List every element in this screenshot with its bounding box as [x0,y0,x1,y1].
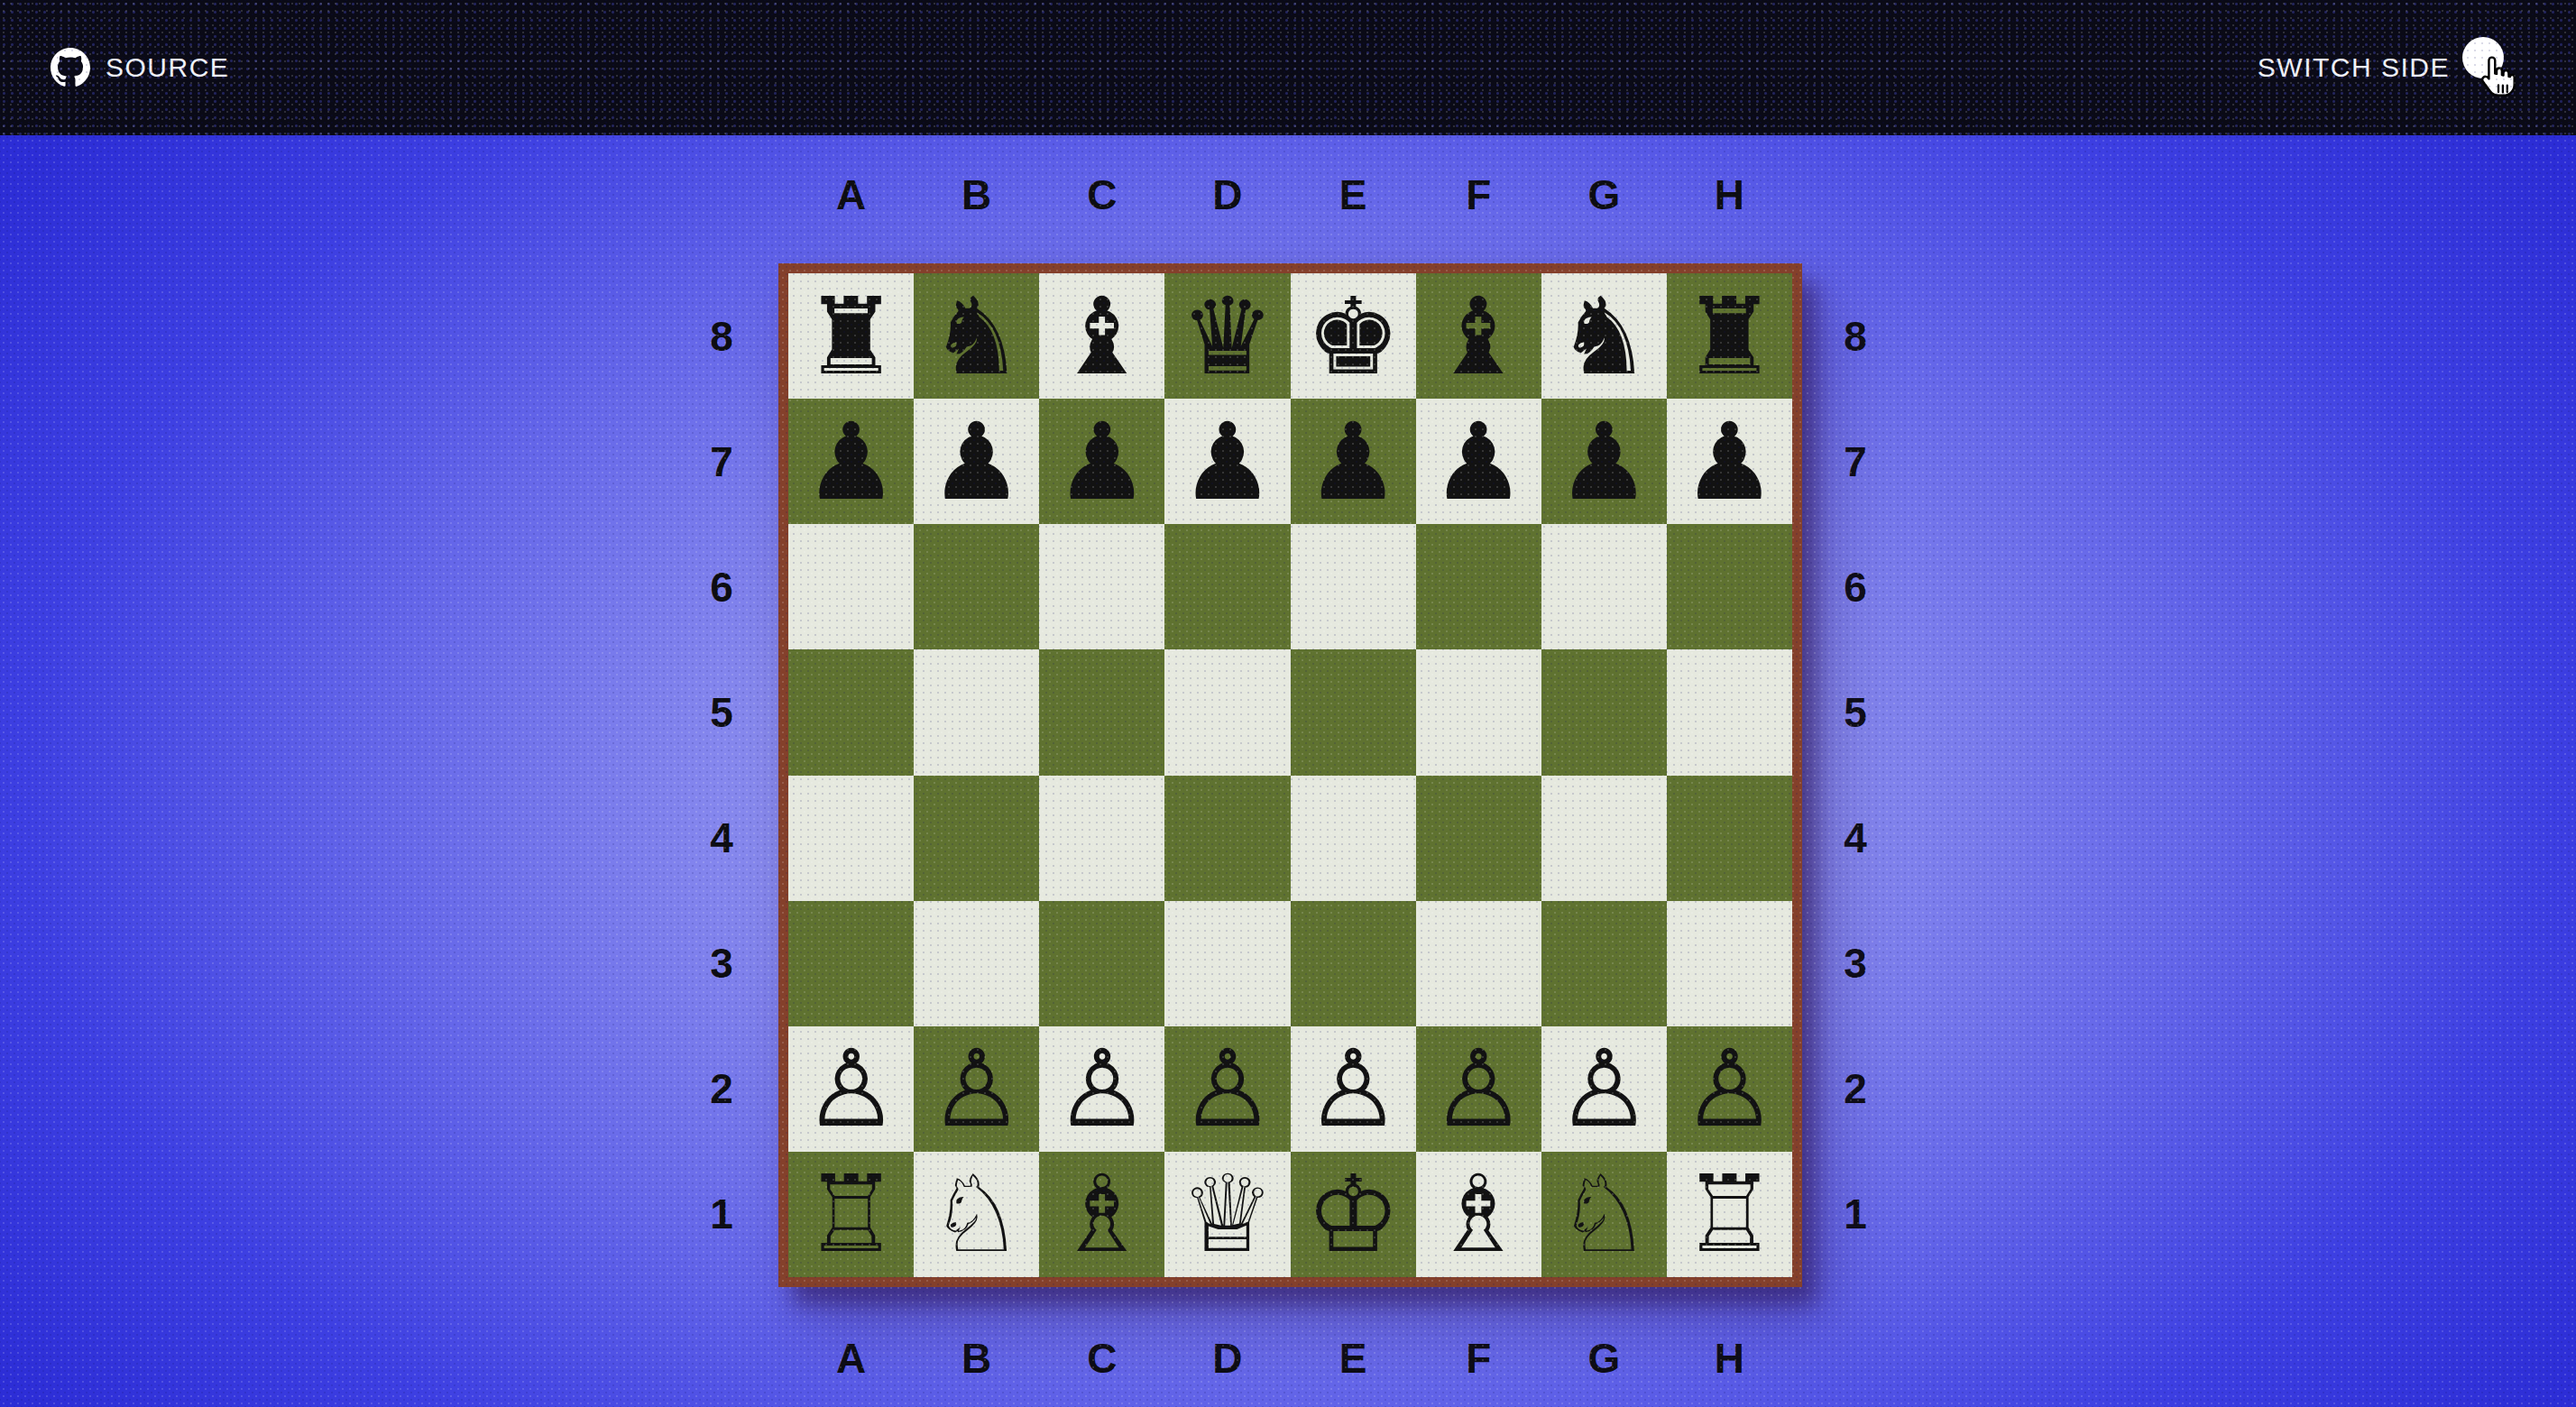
file-label-f: F [1416,1331,1541,1385]
piece-black-pawn[interactable]: ♟ [1556,409,1651,515]
rank-labels-right: 87654321 [1817,273,1894,1277]
rank-label-3: 3 [1817,901,1894,1026]
square-f7[interactable]: ♟ [1416,399,1541,524]
file-labels-bottom: ABCDEFGH [788,1331,1792,1385]
square-f3[interactable] [1416,901,1541,1026]
square-g1[interactable]: ♘ [1541,1152,1667,1277]
square-a2[interactable]: ♙ [788,1026,914,1152]
square-a1[interactable]: ♖ [788,1152,914,1277]
github-octocat-icon [51,48,90,87]
hand-pointer-icon [2462,24,2527,111]
square-d1[interactable]: ♕ [1164,1152,1290,1277]
square-h1[interactable]: ♖ [1667,1152,1792,1277]
square-f6[interactable] [1416,524,1541,649]
rank-label-7: 7 [1817,399,1894,524]
square-h2[interactable]: ♙ [1667,1026,1792,1152]
square-g4[interactable] [1541,776,1667,901]
piece-black-pawn[interactable]: ♟ [804,409,899,515]
piece-black-rook[interactable]: ♜ [804,283,899,390]
square-e3[interactable] [1291,901,1416,1026]
square-f5[interactable] [1416,649,1541,775]
file-label-a: A [788,1331,914,1385]
rank-labels-left: 87654321 [683,273,760,1277]
piece-black-knight[interactable]: ♞ [1556,283,1651,390]
square-d7[interactable]: ♟ [1164,399,1290,524]
square-b3[interactable] [914,901,1039,1026]
rank-label-3: 3 [683,901,760,1026]
piece-white-bishop[interactable]: ♗ [1054,1161,1150,1267]
rank-label-5: 5 [683,649,760,775]
square-e6[interactable] [1291,524,1416,649]
chess-board: ♜♞♝♛♚♝♞♜♟♟♟♟♟♟♟♟♙♙♙♙♙♙♙♙♖♘♗♕♔♗♘♖ [778,263,1802,1287]
square-e2[interactable]: ♙ [1291,1026,1416,1152]
square-b5[interactable] [914,649,1039,775]
piece-white-knight[interactable]: ♘ [929,1161,1025,1267]
file-label-c: C [1039,1331,1164,1385]
file-label-f: F [1416,168,1541,222]
piece-white-king[interactable]: ♔ [1305,1161,1401,1267]
square-h7[interactable]: ♟ [1667,399,1792,524]
file-label-b: B [914,168,1039,222]
square-c2[interactable]: ♙ [1039,1026,1164,1152]
square-e8[interactable]: ♚ [1291,273,1416,399]
piece-black-pawn[interactable]: ♟ [1431,409,1526,515]
square-a8[interactable]: ♜ [788,273,914,399]
square-g8[interactable]: ♞ [1541,273,1667,399]
piece-white-queen[interactable]: ♕ [1180,1161,1275,1267]
square-c3[interactable] [1039,901,1164,1026]
file-label-e: E [1291,168,1416,222]
square-e7[interactable]: ♟ [1291,399,1416,524]
rank-label-2: 2 [1817,1026,1894,1152]
square-c5[interactable] [1039,649,1164,775]
rank-label-5: 5 [1817,649,1894,775]
switch-side-label: SWITCH SIDE [2258,52,2450,83]
square-a4[interactable] [788,776,914,901]
file-label-e: E [1291,1331,1416,1385]
square-a7[interactable]: ♟ [788,399,914,524]
square-b1[interactable]: ♘ [914,1152,1039,1277]
file-label-g: G [1541,1331,1667,1385]
piece-white-bishop[interactable]: ♗ [1431,1161,1526,1267]
file-label-g: G [1541,168,1667,222]
rank-label-2: 2 [683,1026,760,1152]
file-labels-top: ABCDEFGH [788,168,1792,222]
piece-white-pawn[interactable]: ♙ [1431,1035,1526,1142]
square-b2[interactable]: ♙ [914,1026,1039,1152]
piece-black-queen[interactable]: ♛ [1180,283,1275,390]
hand-glyph [2477,55,2518,102]
file-label-d: D [1164,1331,1290,1385]
page-background: SOURCE SWITCH SIDE ABCDEFGH 87654321 876… [0,0,2576,1407]
square-g5[interactable] [1541,649,1667,775]
piece-white-pawn[interactable]: ♙ [1556,1035,1651,1142]
square-b4[interactable] [914,776,1039,901]
square-f4[interactable] [1416,776,1541,901]
square-g7[interactable]: ♟ [1541,399,1667,524]
square-c6[interactable] [1039,524,1164,649]
square-g3[interactable] [1541,901,1667,1026]
file-label-b: B [914,1331,1039,1385]
square-c1[interactable]: ♗ [1039,1152,1164,1277]
square-e1[interactable]: ♔ [1291,1152,1416,1277]
square-d4[interactable] [1164,776,1290,901]
rank-label-1: 1 [1817,1152,1894,1277]
rank-label-4: 4 [1817,776,1894,901]
square-d8[interactable]: ♛ [1164,273,1290,399]
square-h3[interactable] [1667,901,1792,1026]
square-d6[interactable] [1164,524,1290,649]
piece-white-pawn[interactable]: ♙ [929,1035,1025,1142]
square-b6[interactable] [914,524,1039,649]
square-e4[interactable] [1291,776,1416,901]
piece-black-pawn[interactable]: ♟ [929,409,1025,515]
square-f2[interactable]: ♙ [1416,1026,1541,1152]
square-a5[interactable] [788,649,914,775]
piece-white-pawn[interactable]: ♙ [1180,1035,1275,1142]
rank-label-8: 8 [683,273,760,399]
square-h5[interactable] [1667,649,1792,775]
square-h4[interactable] [1667,776,1792,901]
rank-label-8: 8 [1817,273,1894,399]
square-c7[interactable]: ♟ [1039,399,1164,524]
square-d5[interactable] [1164,649,1290,775]
piece-white-knight[interactable]: ♘ [1556,1161,1651,1267]
piece-white-pawn[interactable]: ♙ [1305,1035,1401,1142]
piece-white-pawn[interactable]: ♙ [1682,1035,1778,1142]
piece-white-pawn[interactable]: ♙ [804,1035,899,1142]
piece-white-rook[interactable]: ♖ [1682,1161,1778,1267]
file-label-d: D [1164,168,1290,222]
square-b8[interactable]: ♞ [914,273,1039,399]
square-c4[interactable] [1039,776,1164,901]
piece-black-pawn[interactable]: ♟ [1054,409,1150,515]
file-label-h: H [1667,168,1792,222]
rank-label-1: 1 [683,1152,760,1277]
source-label: SOURCE [106,52,229,83]
rank-label-6: 6 [683,524,760,649]
piece-black-king[interactable]: ♚ [1305,283,1401,390]
square-f1[interactable]: ♗ [1416,1152,1541,1277]
piece-black-rook[interactable]: ♜ [1682,283,1778,390]
square-g2[interactable]: ♙ [1541,1026,1667,1152]
rank-label-6: 6 [1817,524,1894,649]
file-label-h: H [1667,1331,1792,1385]
square-b7[interactable]: ♟ [914,399,1039,524]
square-f8[interactable]: ♝ [1416,273,1541,399]
square-h6[interactable] [1667,524,1792,649]
piece-black-pawn[interactable]: ♟ [1682,409,1778,515]
square-c8[interactable]: ♝ [1039,273,1164,399]
square-a6[interactable] [788,524,914,649]
piece-black-knight[interactable]: ♞ [929,283,1025,390]
square-e5[interactable] [1291,649,1416,775]
piece-black-pawn[interactable]: ♟ [1305,409,1401,515]
rank-label-4: 4 [683,776,760,901]
square-d2[interactable]: ♙ [1164,1026,1290,1152]
file-label-c: C [1039,168,1164,222]
piece-black-bishop[interactable]: ♝ [1431,283,1526,390]
source-link[interactable]: SOURCE [51,48,229,87]
file-label-a: A [788,168,914,222]
square-g6[interactable] [1541,524,1667,649]
square-d3[interactable] [1164,901,1290,1026]
piece-white-pawn[interactable]: ♙ [1054,1035,1150,1142]
piece-black-bishop[interactable]: ♝ [1054,283,1150,390]
square-h8[interactable]: ♜ [1667,273,1792,399]
rank-label-7: 7 [683,399,760,524]
piece-white-rook[interactable]: ♖ [804,1161,899,1267]
square-a3[interactable] [788,901,914,1026]
switch-side-button[interactable]: SWITCH SIDE [2258,24,2527,111]
piece-black-pawn[interactable]: ♟ [1180,409,1275,515]
top-bar: SOURCE SWITCH SIDE [0,0,2576,135]
